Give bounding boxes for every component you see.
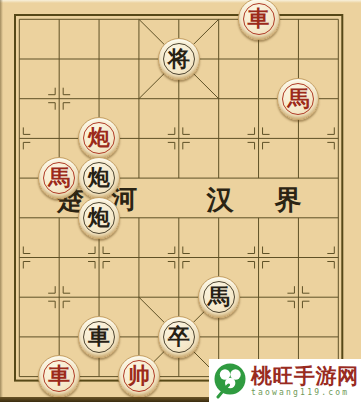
piece-black-general[interactable]: 将 xyxy=(158,38,200,80)
red-horse-1-glyph: 馬 xyxy=(287,88,309,110)
red-chariot-2-glyph: 車 xyxy=(48,365,70,387)
red-cannon-glyph: 炮 xyxy=(88,127,110,149)
black-soldier-glyph: 卒 xyxy=(168,326,190,348)
piece-black-horse[interactable]: 馬 xyxy=(198,276,240,318)
piece-red-horse-2[interactable]: 馬 xyxy=(38,157,80,199)
red-horse-2-glyph: 馬 xyxy=(48,167,70,189)
clover-peach-icon xyxy=(211,362,248,399)
black-cannon-1-glyph: 炮 xyxy=(88,167,110,189)
black-cannon-2-glyph: 炮 xyxy=(88,207,110,229)
piece-red-chariot-1[interactable]: 車 xyxy=(238,0,280,40)
piece-red-horse-1[interactable]: 馬 xyxy=(277,78,319,120)
watermark-site-url: taowang119.com xyxy=(251,389,359,397)
piece-black-chariot[interactable]: 車 xyxy=(78,316,120,358)
black-general-glyph: 将 xyxy=(168,48,190,70)
red-general-glyph: 帅 xyxy=(128,365,150,387)
red-chariot-1-glyph: 車 xyxy=(248,8,270,30)
piece-red-cannon[interactable]: 炮 xyxy=(78,117,120,159)
piece-red-chariot-2[interactable]: 車 xyxy=(38,355,80,397)
black-chariot-glyph: 車 xyxy=(88,326,110,348)
pieces-layer: 車将馬炮馬炮炮馬車卒車帅 xyxy=(0,0,358,396)
piece-red-general[interactable]: 帅 xyxy=(118,355,160,397)
xiangqi-game-screen: 楚 河 汉 界 車将馬炮馬炮炮馬車卒車帅 桃旺手游网 taowang119.co… xyxy=(0,0,361,402)
black-horse-glyph: 馬 xyxy=(208,286,230,308)
watermark-site-name: 桃旺手游网 xyxy=(251,364,359,388)
piece-black-soldier[interactable]: 卒 xyxy=(158,316,200,358)
watermark: 桃旺手游网 taowang119.com xyxy=(209,359,361,402)
piece-black-cannon-1[interactable]: 炮 xyxy=(78,157,120,199)
piece-black-cannon-2[interactable]: 炮 xyxy=(78,197,120,239)
